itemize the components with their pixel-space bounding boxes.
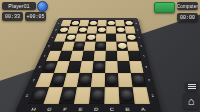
square-D4[interactable] (94, 51, 106, 61)
white-piece-B7[interactable]: ⛀ (117, 28, 125, 33)
square-D1[interactable]: ⛂ (89, 87, 105, 104)
white-piece-A6[interactable]: ⛀ (127, 35, 136, 40)
square-D5[interactable]: ⛂ (95, 42, 106, 51)
square-A3[interactable] (129, 61, 143, 73)
file-label-C: C (104, 104, 120, 112)
player-bonus-text: +00:05 (26, 14, 44, 20)
black-piece-B1[interactable]: ⛂ (120, 90, 133, 101)
computer-name-text: Computer (177, 4, 198, 9)
square-C4[interactable] (105, 51, 117, 61)
white-piece-B5[interactable]: ⛀ (117, 43, 126, 49)
square-C2[interactable]: ⛂ (105, 73, 119, 87)
home-button[interactable]: ⌂ (183, 93, 199, 109)
file-label-E: E (72, 104, 89, 112)
black-piece-E2[interactable]: ⛂ (79, 75, 91, 84)
square-A7[interactable] (125, 26, 136, 33)
square-D6[interactable] (96, 34, 107, 42)
black-piece-F1[interactable]: ⛂ (61, 90, 75, 101)
square-A5[interactable] (127, 42, 139, 51)
square-A4[interactable] (128, 51, 141, 61)
black-piece-A2[interactable]: ⛂ (132, 75, 144, 84)
black-piece-F5[interactable]: ⛂ (74, 43, 84, 49)
player-time-text: 00:33 (5, 14, 20, 20)
home-icon: ⌂ (188, 96, 195, 107)
square-D3[interactable]: ⛂ (92, 61, 105, 73)
white-piece-E8[interactable]: ⛀ (89, 21, 97, 25)
checkers-board: ⛀⛀⛀⛀⛀⛀⛀⛀⛀⛀⛀⛂⛂⛀⛂⛂⛂⛂⛂⛂⛂⛂⛂⛂HGFEDCBA88776655… (14, 18, 162, 112)
menu-button[interactable] (185, 82, 198, 91)
game-scene: ⛀⛀⛀⛀⛀⛀⛀⛀⛀⛀⛀⛂⛂⛀⛂⛂⛂⛂⛂⛂⛂⛂⛂⛂HGFEDCBA88776655… (0, 0, 200, 112)
computer-name-label: Computer (177, 2, 198, 10)
player-name-label: Player01 (2, 2, 36, 10)
square-C1[interactable] (104, 87, 119, 104)
file-label-B: B (120, 104, 136, 112)
square-A2[interactable]: ⛂ (131, 73, 147, 87)
computer-avatar-icon (154, 2, 175, 13)
square-C3[interactable] (105, 61, 118, 73)
file-label-D: D (88, 104, 104, 112)
black-piece-D5[interactable]: ⛂ (96, 43, 105, 49)
white-piece-F7[interactable]: ⛀ (78, 28, 87, 33)
black-piece-D1[interactable]: ⛂ (91, 90, 104, 101)
black-piece-C2[interactable]: ⛂ (106, 75, 117, 84)
square-D7[interactable]: ⛀ (96, 26, 106, 33)
black-piece-G2[interactable]: ⛂ (51, 75, 65, 84)
square-D2[interactable] (91, 73, 105, 87)
player-avatar-icon (37, 1, 48, 12)
square-A6[interactable]: ⛀ (126, 34, 137, 42)
black-piece-D3[interactable]: ⛂ (94, 63, 105, 71)
computer-clock: 00:00 (177, 13, 198, 22)
file-label-A: A (135, 104, 152, 112)
square-C7[interactable] (106, 26, 116, 33)
board-3d: ⛀⛀⛀⛀⛀⛀⛀⛀⛀⛀⛀⛂⛂⛀⛂⛂⛂⛂⛂⛂⛂⛂⛂⛂HGFEDCBA88776655… (14, 18, 162, 112)
player-clock: 00:33 (2, 12, 23, 21)
white-piece-E6[interactable]: ⛀ (86, 35, 95, 40)
computer-time-text: 00:00 (180, 15, 195, 21)
player-bonus-clock: +00:05 (25, 12, 46, 21)
white-piece-C8[interactable]: ⛀ (107, 21, 114, 25)
white-piece-D7[interactable]: ⛀ (98, 28, 106, 33)
square-C6[interactable] (106, 34, 116, 42)
hamburger-icon (188, 84, 196, 90)
file-label-F: F (56, 104, 74, 112)
player-name-text: Player01 (8, 3, 29, 9)
square-C5[interactable] (106, 42, 117, 51)
white-piece-A8[interactable]: ⛀ (125, 21, 133, 25)
